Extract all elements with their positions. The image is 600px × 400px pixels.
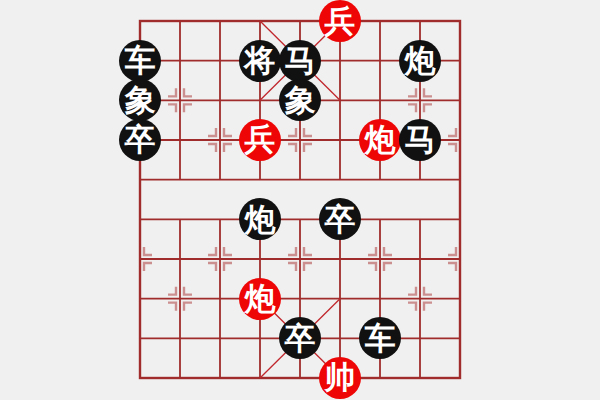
board-cell-6-1[interactable] xyxy=(360,41,400,81)
black-soldier[interactable]: 卒 xyxy=(119,119,161,161)
board-cell-5-9[interactable]: 帅 xyxy=(320,358,360,398)
black-horse[interactable]: 马 xyxy=(279,40,321,82)
black-general[interactable]: 将 xyxy=(239,40,281,82)
board-cell-7-8[interactable] xyxy=(400,318,440,358)
board-cell-4-6[interactable] xyxy=(280,239,320,279)
board-cell-4-7[interactable] xyxy=(280,279,320,319)
board-cell-4-3[interactable] xyxy=(280,120,320,160)
board-cell-7-1[interactable]: 炮 xyxy=(400,41,440,81)
board-cell-7-7[interactable] xyxy=(400,279,440,319)
board-cell-0-5[interactable] xyxy=(120,199,160,239)
board-cell-8-5[interactable] xyxy=(440,199,480,239)
board-cell-8-2[interactable] xyxy=(440,81,480,121)
board-cell-4-4[interactable] xyxy=(280,160,320,200)
board-cell-2-5[interactable] xyxy=(200,199,240,239)
board-cell-6-8[interactable]: 车 xyxy=(360,318,400,358)
board-cell-1-6[interactable] xyxy=(160,239,200,279)
board-cell-5-0[interactable]: 兵 xyxy=(320,1,360,41)
board-cell-6-9[interactable] xyxy=(360,358,400,398)
black-horse[interactable]: 马 xyxy=(399,119,441,161)
board-cell-0-2[interactable]: 象 xyxy=(120,81,160,121)
board-cell-2-7[interactable] xyxy=(200,279,240,319)
board-cell-4-5[interactable] xyxy=(280,199,320,239)
board-cell-5-7[interactable] xyxy=(320,279,360,319)
board-cell-0-7[interactable] xyxy=(120,279,160,319)
board-cell-8-3[interactable] xyxy=(440,120,480,160)
board-cell-0-9[interactable] xyxy=(120,358,160,398)
board-cell-2-9[interactable] xyxy=(200,358,240,398)
red-cannon[interactable]: 炮 xyxy=(239,278,281,320)
red-soldier[interactable]: 兵 xyxy=(319,0,361,42)
board-cell-4-9[interactable] xyxy=(280,358,320,398)
board-cell-5-4[interactable] xyxy=(320,160,360,200)
board-cell-3-1[interactable]: 将 xyxy=(240,41,280,81)
board-cell-8-0[interactable] xyxy=(440,1,480,41)
board-cell-7-5[interactable] xyxy=(400,199,440,239)
board-cell-8-7[interactable] xyxy=(440,279,480,319)
board-cell-3-2[interactable] xyxy=(240,81,280,121)
board-cell-2-4[interactable] xyxy=(200,160,240,200)
red-soldier[interactable]: 兵 xyxy=(239,119,281,161)
black-cannon[interactable]: 炮 xyxy=(239,198,281,240)
board-cell-2-6[interactable] xyxy=(200,239,240,279)
board-cell-8-6[interactable] xyxy=(440,239,480,279)
black-cannon[interactable]: 炮 xyxy=(399,40,441,82)
board-cell-1-3[interactable] xyxy=(160,120,200,160)
board-cell-0-0[interactable] xyxy=(120,1,160,41)
board-cell-2-2[interactable] xyxy=(200,81,240,121)
board-cell-5-3[interactable] xyxy=(320,120,360,160)
board-cell-8-9[interactable] xyxy=(440,358,480,398)
board-cell-5-1[interactable] xyxy=(320,41,360,81)
board-cell-1-9[interactable] xyxy=(160,358,200,398)
board-cell-2-3[interactable] xyxy=(200,120,240,160)
board-cell-4-1[interactable]: 马 xyxy=(280,41,320,81)
board-cell-1-0[interactable] xyxy=(160,1,200,41)
board-cell-1-7[interactable] xyxy=(160,279,200,319)
xiangqi-board: 兵车将马炮象象卒兵炮马炮卒炮卒车帅 xyxy=(120,1,480,398)
board-cell-6-4[interactable] xyxy=(360,160,400,200)
board-cell-0-8[interactable] xyxy=(120,318,160,358)
board-cell-5-5[interactable]: 卒 xyxy=(320,199,360,239)
board-cell-5-2[interactable] xyxy=(320,81,360,121)
board-cell-1-4[interactable] xyxy=(160,160,200,200)
board-cell-1-8[interactable] xyxy=(160,318,200,358)
board-cell-3-4[interactable] xyxy=(240,160,280,200)
red-cannon[interactable]: 炮 xyxy=(359,119,401,161)
board-cell-0-4[interactable] xyxy=(120,160,160,200)
board-cell-8-4[interactable] xyxy=(440,160,480,200)
black-chariot[interactable]: 车 xyxy=(119,40,161,82)
board-cell-1-5[interactable] xyxy=(160,199,200,239)
black-elephant[interactable]: 象 xyxy=(119,79,161,121)
board-cell-3-0[interactable] xyxy=(240,1,280,41)
black-soldier[interactable]: 卒 xyxy=(279,317,321,359)
red-general[interactable]: 帅 xyxy=(319,357,361,399)
board-cell-3-5[interactable]: 炮 xyxy=(240,199,280,239)
board-cell-0-3[interactable]: 卒 xyxy=(120,120,160,160)
black-chariot[interactable]: 车 xyxy=(359,317,401,359)
board-cell-7-4[interactable] xyxy=(400,160,440,200)
board-cell-1-1[interactable] xyxy=(160,41,200,81)
board-cell-5-6[interactable] xyxy=(320,239,360,279)
board-cell-0-6[interactable] xyxy=(120,239,160,279)
board-cell-5-8[interactable] xyxy=(320,318,360,358)
board-cell-4-0[interactable] xyxy=(280,1,320,41)
board-cell-3-9[interactable] xyxy=(240,358,280,398)
board-cell-7-9[interactable] xyxy=(400,358,440,398)
board-cell-3-3[interactable]: 兵 xyxy=(240,120,280,160)
board-cell-6-2[interactable] xyxy=(360,81,400,121)
board-cell-8-1[interactable] xyxy=(440,41,480,81)
black-elephant[interactable]: 象 xyxy=(279,79,321,121)
board-cell-6-0[interactable] xyxy=(360,1,400,41)
board-cell-3-6[interactable] xyxy=(240,239,280,279)
board-cell-7-3[interactable]: 马 xyxy=(400,120,440,160)
board-cell-3-7[interactable]: 炮 xyxy=(240,279,280,319)
board-cell-2-1[interactable] xyxy=(200,41,240,81)
black-soldier[interactable]: 卒 xyxy=(319,198,361,240)
board-cell-6-3[interactable]: 炮 xyxy=(360,120,400,160)
board-cell-7-6[interactable] xyxy=(400,239,440,279)
board-cell-6-7[interactable] xyxy=(360,279,400,319)
board-cell-2-0[interactable] xyxy=(200,1,240,41)
board-cell-4-8[interactable]: 卒 xyxy=(280,318,320,358)
board-cell-6-5[interactable] xyxy=(360,199,400,239)
board-cell-4-2[interactable]: 象 xyxy=(280,81,320,121)
board-cell-7-2[interactable] xyxy=(400,81,440,121)
board-cell-1-2[interactable] xyxy=(160,81,200,121)
xiangqi-diagram: 兵车将马炮象象卒兵炮马炮卒炮卒车帅 xyxy=(0,0,600,400)
board-cell-3-8[interactable] xyxy=(240,318,280,358)
board-cell-8-8[interactable] xyxy=(440,318,480,358)
board-cell-2-8[interactable] xyxy=(200,318,240,358)
board-cell-0-1[interactable]: 车 xyxy=(120,41,160,81)
board-cell-7-0[interactable] xyxy=(400,1,440,41)
board-cell-6-6[interactable] xyxy=(360,239,400,279)
